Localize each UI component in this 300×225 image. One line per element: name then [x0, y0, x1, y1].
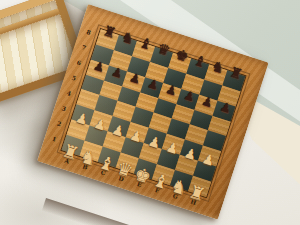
piece-black-pawn-c6[interactable]: ♟ — [128, 71, 142, 86]
piece-black-rook-a8[interactable]: ♜ — [102, 24, 118, 41]
piece-black-bishop-c8[interactable]: ♝ — [138, 36, 154, 53]
piece-black-king-e8[interactable]: ♚ — [174, 47, 190, 64]
rank-label-1: 1 — [47, 129, 62, 147]
piece-black-knight-b8[interactable]: ♞ — [120, 30, 136, 47]
piece-black-pawn-d6[interactable]: ♟ — [146, 77, 160, 92]
scene: 87654321 ABCDEFGH ♜♞♝♛♚♝♞♜♟♟♟♟♟♟♟♟♟♟♟♟♟♟… — [0, 0, 300, 225]
piece-black-pawn-h6[interactable]: ♟ — [218, 100, 232, 115]
piece-black-pawn-f6[interactable]: ♟ — [182, 89, 196, 104]
piece-black-pawn-g6[interactable]: ♟ — [200, 94, 214, 109]
piece-black-rook-h8[interactable]: ♜ — [228, 65, 244, 82]
piece-white-rook-h1[interactable]: ♜ — [187, 183, 208, 205]
piece-black-pawn-e6[interactable]: ♟ — [164, 83, 178, 98]
piece-black-pawn-b6[interactable]: ♟ — [110, 65, 124, 80]
piece-black-bishop-f8[interactable]: ♝ — [192, 53, 208, 70]
piece-black-knight-g8[interactable]: ♞ — [210, 59, 226, 76]
piece-black-queen-d8[interactable]: ♛ — [156, 41, 172, 58]
piece-black-pawn-a6[interactable]: ♟ — [91, 59, 105, 74]
